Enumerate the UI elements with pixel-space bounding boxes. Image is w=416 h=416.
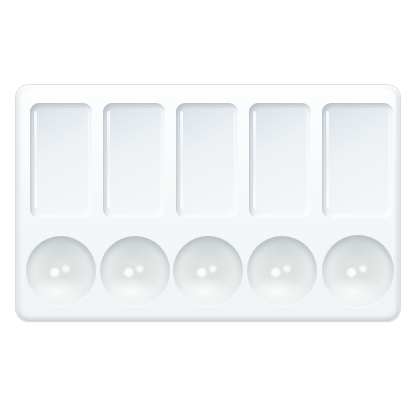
paint-palette-tray <box>16 85 400 321</box>
rect-well-5 <box>322 103 393 218</box>
rect-well-4 <box>249 103 311 218</box>
rect-well-3 <box>176 103 238 218</box>
round-well-1 <box>26 236 96 306</box>
product-photo <box>0 0 416 416</box>
round-well-3 <box>173 236 243 306</box>
round-well-2 <box>100 236 170 306</box>
round-well-4 <box>247 236 317 306</box>
rect-well-1 <box>30 103 92 218</box>
rect-well-2 <box>103 103 165 218</box>
round-well-5 <box>322 235 394 307</box>
